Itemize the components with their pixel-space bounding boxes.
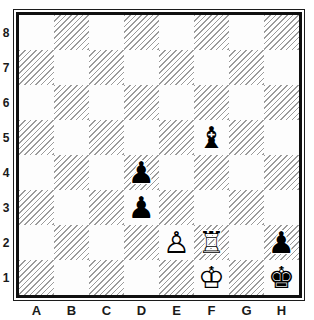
file-label-b: B [54, 302, 89, 319]
square-f1[interactable]: ♔ [194, 260, 229, 295]
black-pawn-h2[interactable]: ♟ [268, 225, 295, 260]
white-king-f1[interactable]: ♔ [198, 260, 225, 295]
square-d4[interactable]: ♟ [124, 155, 159, 190]
chess-board: ♝♟♟♙♖♟♔♚ [16, 12, 302, 298]
square-f7[interactable] [194, 50, 229, 85]
file-label-a: A [19, 302, 54, 319]
file-label-d: D [124, 302, 159, 319]
black-pawn-d3[interactable]: ♟ [128, 190, 155, 225]
square-c8[interactable] [89, 15, 124, 50]
square-d8[interactable] [124, 15, 159, 50]
rank-labels: 87654321 [0, 15, 12, 295]
square-g4[interactable] [229, 155, 264, 190]
square-d2[interactable] [124, 225, 159, 260]
chess-board-frame: ♝♟♟♙♖♟♔♚ [13, 9, 305, 301]
square-d5[interactable] [124, 120, 159, 155]
square-b2[interactable] [54, 225, 89, 260]
black-pawn-d4[interactable]: ♟ [128, 155, 155, 190]
square-a8[interactable] [19, 15, 54, 50]
square-b4[interactable] [54, 155, 89, 190]
square-a6[interactable] [19, 85, 54, 120]
file-label-c: C [89, 302, 124, 319]
rank-label-8: 8 [0, 15, 12, 50]
square-f6[interactable] [194, 85, 229, 120]
square-g3[interactable] [229, 190, 264, 225]
square-b8[interactable] [54, 15, 89, 50]
square-c6[interactable] [89, 85, 124, 120]
square-d3[interactable]: ♟ [124, 190, 159, 225]
square-c5[interactable] [89, 120, 124, 155]
rank-label-1: 1 [0, 260, 12, 295]
black-bishop-f5[interactable]: ♝ [198, 120, 225, 155]
square-e2[interactable]: ♙ [159, 225, 194, 260]
square-f4[interactable] [194, 155, 229, 190]
square-a7[interactable] [19, 50, 54, 85]
square-d1[interactable] [124, 260, 159, 295]
square-d7[interactable] [124, 50, 159, 85]
square-e7[interactable] [159, 50, 194, 85]
square-a4[interactable] [19, 155, 54, 190]
file-label-e: E [159, 302, 194, 319]
square-c1[interactable] [89, 260, 124, 295]
rank-label-4: 4 [0, 155, 12, 190]
file-label-h: H [264, 302, 299, 319]
square-b6[interactable] [54, 85, 89, 120]
rank-label-2: 2 [0, 225, 12, 260]
square-e5[interactable] [159, 120, 194, 155]
square-e4[interactable] [159, 155, 194, 190]
square-e3[interactable] [159, 190, 194, 225]
square-g6[interactable] [229, 85, 264, 120]
rank-label-7: 7 [0, 50, 12, 85]
rank-label-6: 6 [0, 85, 12, 120]
square-a1[interactable] [19, 260, 54, 295]
square-h4[interactable] [264, 155, 299, 190]
square-a2[interactable] [19, 225, 54, 260]
square-a5[interactable] [19, 120, 54, 155]
chess-diagram-page: { "game": "chess", "position": { "fen": … [0, 0, 314, 320]
square-g5[interactable] [229, 120, 264, 155]
square-g1[interactable] [229, 260, 264, 295]
square-h8[interactable] [264, 15, 299, 50]
square-c3[interactable] [89, 190, 124, 225]
rank-label-3: 3 [0, 190, 12, 225]
square-d6[interactable] [124, 85, 159, 120]
file-label-g: G [229, 302, 264, 319]
square-h5[interactable] [264, 120, 299, 155]
square-c7[interactable] [89, 50, 124, 85]
square-b7[interactable] [54, 50, 89, 85]
black-king-h1[interactable]: ♚ [268, 260, 295, 295]
file-labels: ABCDEFGH [19, 302, 299, 319]
square-g7[interactable] [229, 50, 264, 85]
square-f3[interactable] [194, 190, 229, 225]
square-g2[interactable] [229, 225, 264, 260]
square-a3[interactable] [19, 190, 54, 225]
white-pawn-e2[interactable]: ♙ [163, 225, 190, 260]
square-f5[interactable]: ♝ [194, 120, 229, 155]
file-label-f: F [194, 302, 229, 319]
square-h3[interactable] [264, 190, 299, 225]
square-h1[interactable]: ♚ [264, 260, 299, 295]
square-h7[interactable] [264, 50, 299, 85]
square-b3[interactable] [54, 190, 89, 225]
square-c2[interactable] [89, 225, 124, 260]
square-b1[interactable] [54, 260, 89, 295]
square-e1[interactable] [159, 260, 194, 295]
square-e8[interactable] [159, 15, 194, 50]
rank-label-5: 5 [0, 120, 12, 155]
square-g8[interactable] [229, 15, 264, 50]
square-e6[interactable] [159, 85, 194, 120]
square-h2[interactable]: ♟ [264, 225, 299, 260]
square-c4[interactable] [89, 155, 124, 190]
square-b5[interactable] [54, 120, 89, 155]
white-rook-f2[interactable]: ♖ [198, 225, 225, 260]
square-f2[interactable]: ♖ [194, 225, 229, 260]
square-f8[interactable] [194, 15, 229, 50]
square-h6[interactable] [264, 85, 299, 120]
